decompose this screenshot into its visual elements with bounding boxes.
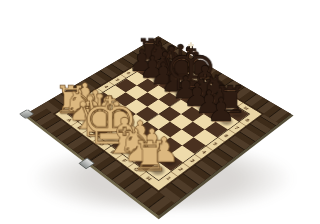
product-photo-background: ABCDEFGH ABCDEFGH 87654321 87654321 ♜♞♝♛… — [0, 0, 320, 224]
scene: ABCDEFGH ABCDEFGH 87654321 87654321 ♜♞♝♛… — [0, 0, 320, 224]
board-squares: ♜♞♝♛♚♝♞♜♟♟♟♟♟♟♟♟♟♟♟♟♟♟♟♟♜♞♝♛♚♝♞♜ — [68, 59, 249, 180]
piece-white-rook: ♜ — [109, 135, 192, 177]
chess-board: ABCDEFGH ABCDEFGH 87654321 87654321 ♜♞♝♛… — [23, 36, 293, 219]
piece-black-pawn: ♟ — [189, 93, 254, 126]
